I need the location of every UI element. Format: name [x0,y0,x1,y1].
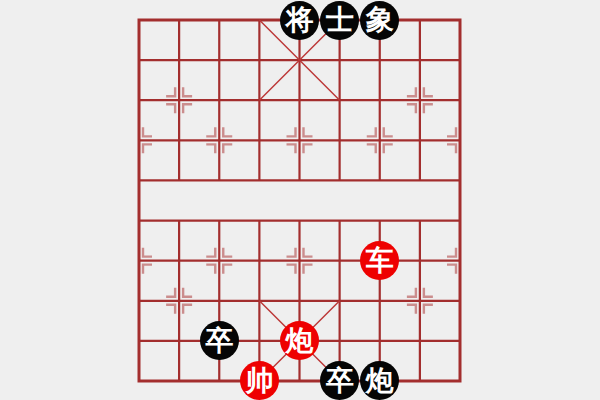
piece-black-pawn-1[interactable]: 卒 [200,321,239,360]
piece-label: 车 [366,247,394,275]
piece-black-advisor[interactable]: 士 [320,1,359,40]
piece-black-cannon[interactable]: 炮 [360,361,399,400]
piece-red-chariot[interactable]: 车 [360,241,399,280]
piece-label: 帅 [245,367,273,395]
piece-label: 卒 [205,327,233,355]
piece-label: 炮 [286,327,314,355]
piece-label: 卒 [326,367,354,395]
piece-label: 士 [326,6,354,34]
piece-label: 将 [286,6,314,34]
piece-label: 象 [366,6,394,34]
xiangqi-board: 将士象车卒炮帅卒炮 [0,0,600,400]
xiangqi-screenshot: 将士象车卒炮帅卒炮 [0,0,600,400]
piece-red-cannon[interactable]: 炮 [280,321,319,360]
pieces-layer: 将士象车卒炮帅卒炮 [0,0,600,400]
piece-label: 炮 [366,367,394,395]
piece-black-elephant[interactable]: 象 [360,1,399,40]
piece-black-general[interactable]: 将 [280,1,319,40]
piece-black-pawn-2[interactable]: 卒 [320,361,359,400]
piece-red-general[interactable]: 帅 [240,361,279,400]
